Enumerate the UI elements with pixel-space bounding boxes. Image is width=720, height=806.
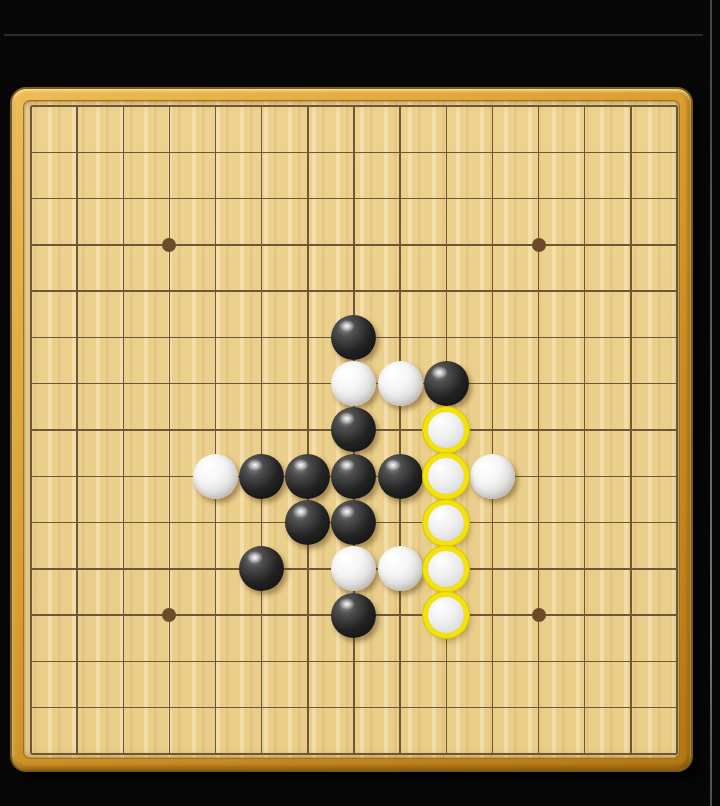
star-point <box>532 238 546 252</box>
star-point <box>162 238 176 252</box>
black-stone <box>424 361 469 406</box>
white-winning-stone <box>428 597 464 633</box>
black-stone <box>331 454 376 499</box>
white-stone <box>378 361 423 406</box>
black-stone <box>285 500 330 545</box>
white-winning-stone <box>428 551 464 587</box>
black-stone <box>285 454 330 499</box>
star-point <box>162 608 176 622</box>
star-point <box>532 608 546 622</box>
board-surface <box>23 100 680 759</box>
gomoku-board[interactable] <box>23 100 680 759</box>
black-stone <box>331 500 376 545</box>
window-right-edge <box>710 0 712 806</box>
black-stone <box>331 593 376 638</box>
white-stone <box>470 454 515 499</box>
board-frame <box>10 87 693 772</box>
white-stone <box>193 454 238 499</box>
black-stone <box>239 546 284 591</box>
white-stone <box>331 546 376 591</box>
white-winning-stone <box>428 412 464 448</box>
white-stone <box>331 361 376 406</box>
header-divider <box>4 34 703 36</box>
white-stone <box>378 546 423 591</box>
white-winning-stone <box>428 505 464 541</box>
black-stone <box>239 454 284 499</box>
white-winning-stone <box>428 458 464 494</box>
black-stone <box>331 407 376 452</box>
black-stone <box>378 454 423 499</box>
black-stone <box>331 315 376 360</box>
